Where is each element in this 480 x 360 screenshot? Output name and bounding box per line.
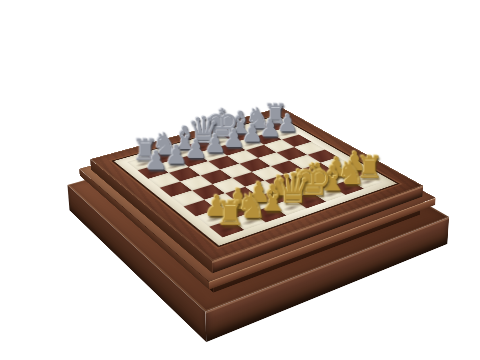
piece-silver-pawn-a7: ♟ bbox=[133, 148, 179, 174]
chess-set-photo: ♜♞♝♛♚♝♞♜♟♟♟♟♟♟♟♟♟♟♟♟♟♟♟♟♜♞♝♛♚♝♞♜ bbox=[0, 0, 480, 360]
piece-gold-rook-a1: ♜ bbox=[204, 197, 256, 231]
